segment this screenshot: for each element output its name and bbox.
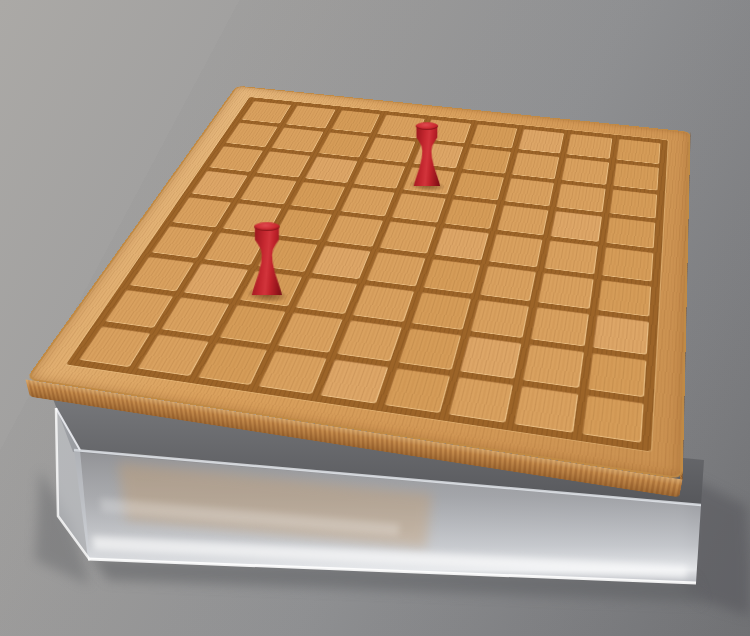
cell-r7c8[interactable] <box>531 307 589 347</box>
cell-r5c5[interactable] <box>380 221 436 253</box>
cell-r5c4[interactable] <box>326 215 383 247</box>
cell-r8c2[interactable] <box>161 297 229 336</box>
cell-r4c9[interactable] <box>605 217 655 249</box>
cell-r9c6[interactable] <box>384 368 451 414</box>
cell-r8c7[interactable] <box>460 336 522 379</box>
cell-r2c2[interactable] <box>271 127 323 152</box>
cell-r9c8[interactable] <box>514 385 578 432</box>
cell-r2c3[interactable] <box>318 132 369 157</box>
cell-r6c5[interactable] <box>367 252 426 287</box>
cell-r7c2[interactable] <box>183 263 247 299</box>
cell-r3c9[interactable] <box>609 189 657 219</box>
cell-r8c5[interactable] <box>337 320 401 361</box>
cell-r7c3[interactable] <box>239 270 302 306</box>
cell-r9c1[interactable] <box>79 326 151 368</box>
cell-r5c7[interactable] <box>489 234 543 267</box>
cell-r5c1[interactable] <box>172 197 232 227</box>
cell-r5c8[interactable] <box>544 240 597 274</box>
cell-r4c5[interactable] <box>392 193 446 223</box>
cell-r3c4[interactable] <box>353 161 405 188</box>
cell-r9c5[interactable] <box>320 359 388 404</box>
cell-r9c2[interactable] <box>137 334 208 376</box>
cell-r8c9[interactable] <box>587 353 646 397</box>
cell-r3c3[interactable] <box>304 156 357 183</box>
cell-r3c6[interactable] <box>453 172 504 200</box>
cell-r3c2[interactable] <box>256 151 310 178</box>
cell-r7c5[interactable] <box>352 285 413 323</box>
cell-r1c6[interactable] <box>470 124 517 149</box>
cell-r8c1[interactable] <box>105 290 174 328</box>
cell-r6c8[interactable] <box>538 272 593 309</box>
cell-r5c9[interactable] <box>601 247 653 281</box>
cell-r3c8[interactable] <box>556 183 605 212</box>
cell-r5c6[interactable] <box>434 227 489 260</box>
cell-r1c3[interactable] <box>331 110 380 134</box>
cell-r8c8[interactable] <box>523 344 584 387</box>
red-pawn-near[interactable] <box>250 222 284 295</box>
cell-r6c7[interactable] <box>480 265 537 301</box>
cell-r8c6[interactable] <box>398 328 461 370</box>
cell-r7c9[interactable] <box>592 315 649 355</box>
cell-r2c8[interactable] <box>562 158 609 185</box>
cell-r7c1[interactable] <box>129 256 194 291</box>
pawn-head-top <box>416 122 438 130</box>
cell-r3c5[interactable] <box>403 167 455 195</box>
cell-r9c9[interactable] <box>581 395 643 443</box>
cell-r3c1[interactable] <box>209 146 264 172</box>
cell-r7c7[interactable] <box>470 299 529 338</box>
cell-r4c8[interactable] <box>551 211 602 242</box>
cell-r6c4[interactable] <box>311 245 371 279</box>
cell-r9c4[interactable] <box>258 350 327 394</box>
cell-r1c8[interactable] <box>566 134 612 159</box>
cell-r6c9[interactable] <box>597 279 651 316</box>
cell-r9c7[interactable] <box>448 376 513 422</box>
cell-r7c4[interactable] <box>295 277 358 314</box>
pawn-body <box>412 122 442 186</box>
cell-r1c1[interactable] <box>241 101 292 124</box>
cell-r3c7[interactable] <box>504 178 554 207</box>
cell-r1c2[interactable] <box>286 105 336 128</box>
cell-r2c9[interactable] <box>612 163 658 191</box>
cell-r6c1[interactable] <box>151 226 213 259</box>
cell-r2c6[interactable] <box>462 147 511 173</box>
cell-r6c6[interactable] <box>423 258 481 293</box>
cell-r4c4[interactable] <box>340 187 395 216</box>
cell-r4c7[interactable] <box>497 205 549 236</box>
cell-r2c1[interactable] <box>225 123 278 148</box>
cell-r8c3[interactable] <box>219 305 286 345</box>
cell-r9c3[interactable] <box>197 342 267 385</box>
cell-r2c7[interactable] <box>511 152 559 179</box>
cell-r2c4[interactable] <box>365 137 415 163</box>
cell-r4c1[interactable] <box>191 170 248 198</box>
red-pawn-far[interactable] <box>412 122 442 186</box>
cell-r1c7[interactable] <box>518 129 564 154</box>
cell-r8c4[interactable] <box>277 312 343 352</box>
cell-r4c2[interactable] <box>240 176 296 205</box>
scene <box>0 0 750 636</box>
cell-r7c6[interactable] <box>411 292 471 330</box>
cell-r4c6[interactable] <box>444 199 497 229</box>
cell-r4c3[interactable] <box>290 182 345 211</box>
pawn-body <box>250 222 284 295</box>
cell-r1c9[interactable] <box>616 139 661 165</box>
